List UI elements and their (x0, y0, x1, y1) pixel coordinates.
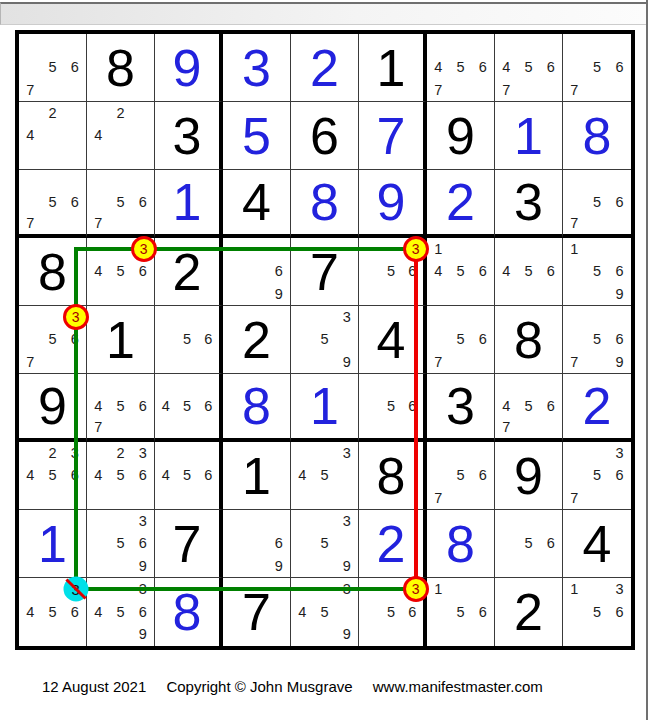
candidate-8 (41, 79, 63, 101)
candidate-5: 5 (109, 601, 131, 624)
candidate-6: 6 (132, 260, 154, 282)
candidate-1 (19, 442, 41, 464)
candidate-4 (563, 601, 586, 624)
candidate-5: 5 (176, 328, 197, 350)
cell-r7c9[interactable]: 3567 (563, 442, 631, 510)
cell-value: 9 (19, 374, 86, 438)
candidate-4: 4 (19, 464, 41, 486)
candidate-3 (540, 374, 562, 395)
cell-r5c1[interactable]: 3567 (19, 306, 87, 374)
candidate-2 (586, 170, 609, 191)
candidate-2 (586, 578, 609, 601)
candidate-7 (495, 555, 517, 577)
candidate-5: 5 (586, 601, 609, 624)
cell-r9c5[interactable]: 3459 (291, 578, 359, 646)
candidate-7: 7 (87, 213, 109, 234)
candidate-2 (313, 578, 335, 601)
candidate-7: 7 (495, 417, 517, 438)
cell-value: 1 (359, 34, 423, 101)
candidate-3: 3 (336, 578, 358, 601)
cell-r4c5[interactable]: 7 (291, 238, 359, 306)
candidate-4: 4 (155, 395, 176, 416)
cell-r5c9[interactable]: 5679 (563, 306, 631, 374)
candidate-7: 7 (427, 487, 449, 509)
candidate-7 (87, 487, 109, 509)
candidate-8 (313, 623, 335, 646)
candidate-7: 7 (427, 79, 449, 101)
cell-r6c1[interactable]: 9 (19, 374, 87, 442)
candidate-7: 7 (427, 351, 449, 373)
candidate-8 (586, 283, 609, 305)
candidate-1 (495, 238, 517, 260)
cell-r6c8[interactable]: 4567 (495, 374, 563, 442)
cell-r7c2[interactable]: 23456 (87, 442, 155, 510)
candidate-8 (586, 487, 609, 509)
candidate-3 (540, 238, 562, 260)
candidate-2 (449, 442, 471, 464)
cell-r7c1[interactable]: 23456 (19, 442, 87, 510)
cell-r5c7[interactable]: 567 (427, 306, 495, 374)
cell-r8c4[interactable]: 69 (223, 510, 291, 578)
candidate-8 (176, 417, 197, 438)
candidate-9 (402, 283, 423, 305)
candidate-2 (109, 170, 131, 191)
candidate-4: 4 (87, 124, 109, 146)
cell-value: 1 (155, 170, 219, 234)
candidate-6: 6 (132, 191, 154, 212)
candidate-3: 3 (132, 238, 154, 260)
candidate-7 (155, 351, 176, 373)
cell-r4c7[interactable]: 1456 (427, 238, 495, 306)
candidate-4: 4 (427, 56, 449, 78)
cell-r8c1[interactable]: 1 (19, 510, 87, 578)
cell-r2c4[interactable]: 5 (223, 102, 291, 170)
candidate-9 (540, 555, 562, 577)
candidate-7: 7 (19, 351, 41, 373)
cell-r9c9[interactable]: 1356 (563, 578, 631, 646)
candidate-7 (19, 623, 41, 646)
cell-r3c4[interactable]: 4 (223, 170, 291, 238)
candidate-9 (472, 623, 494, 646)
candidate-6: 6 (472, 328, 494, 350)
cell-r7c3[interactable]: 456 (155, 442, 223, 510)
candidate-7 (87, 555, 109, 577)
cell-r8c3[interactable]: 7 (155, 510, 223, 578)
cell-value: 8 (359, 442, 423, 509)
candidate-9 (472, 79, 494, 101)
cell-r2c7[interactable]: 9 (427, 102, 495, 170)
candidate-9: 9 (268, 283, 290, 305)
cell-r9c4[interactable]: 7 (223, 578, 291, 646)
candidate-4: 4 (19, 124, 41, 146)
candidate-4 (427, 328, 449, 350)
candidate-5: 5 (109, 532, 131, 554)
candidate-7: 7 (19, 213, 41, 234)
candidate-4 (19, 328, 41, 350)
candidate-9: 9 (608, 351, 631, 373)
cell-r8c7[interactable]: 8 (427, 510, 495, 578)
cell-value: 4 (563, 510, 631, 577)
candidate-8 (449, 283, 471, 305)
cell-r7c8[interactable]: 9 (495, 442, 563, 510)
candidate-2 (176, 442, 197, 464)
candidate-9: 9 (336, 351, 358, 373)
candidate-3 (472, 306, 494, 328)
cell-r5c4[interactable]: 2 (223, 306, 291, 374)
cell-value: 9 (427, 102, 494, 169)
cell-value: 1 (87, 306, 154, 373)
cell-r5c3[interactable]: 56 (155, 306, 223, 374)
cell-r7c7[interactable]: 567 (427, 442, 495, 510)
candidate-5: 5 (449, 464, 471, 486)
candidate-2 (245, 238, 267, 260)
cell-r3c6[interactable]: 9 (359, 170, 427, 238)
candidate-4: 4 (291, 464, 313, 486)
cell-r9c1[interactable]: 3456 (19, 578, 87, 646)
cell-r4c9[interactable]: 1569 (563, 238, 631, 306)
candidate-7 (19, 147, 41, 169)
candidate-3 (198, 306, 219, 328)
cell-r9c7[interactable]: 156 (427, 578, 495, 646)
cell-r4c8[interactable]: 456 (495, 238, 563, 306)
candidate-1 (155, 442, 176, 464)
cell-r8c9[interactable]: 4 (563, 510, 631, 578)
candidate-1 (563, 306, 586, 328)
cell-r1c1[interactable]: 567 (19, 34, 87, 102)
candidate-1: 1 (427, 238, 449, 260)
candidate-2 (449, 238, 471, 260)
candidate-6 (132, 124, 154, 146)
candidate-9 (608, 487, 631, 509)
candidate-8 (449, 79, 471, 101)
candidate-1 (19, 578, 41, 601)
cell-r7c4[interactable]: 1 (223, 442, 291, 510)
cell-value: 8 (155, 578, 219, 646)
candidate-8 (109, 213, 131, 234)
candidate-5: 5 (109, 191, 131, 212)
cell-r3c8[interactable]: 3 (495, 170, 563, 238)
cell-value: 4 (223, 170, 290, 234)
cell-r6c4[interactable]: 8 (223, 374, 291, 442)
candidate-4 (495, 532, 517, 554)
candidate-4: 4 (495, 395, 517, 416)
candidate-6: 6 (540, 56, 562, 78)
candidate-9: 9 (336, 623, 358, 646)
candidate-7 (223, 555, 245, 577)
candidate-8 (517, 79, 539, 101)
candidate-3: 3 (608, 442, 631, 464)
cell-r8c6[interactable]: 2 (359, 510, 427, 578)
candidate-1 (359, 578, 380, 601)
candidate-7: 7 (563, 213, 586, 234)
candidate-7: 7 (563, 351, 586, 373)
candidate-2 (313, 306, 335, 328)
candidate-1 (563, 34, 586, 56)
candidate-4 (563, 328, 586, 350)
candidate-6: 6 (132, 532, 154, 554)
cell-r3c7[interactable]: 2 (427, 170, 495, 238)
candidate-2 (517, 374, 539, 395)
cell-r2c9[interactable]: 8 (563, 102, 631, 170)
cell-r6c6[interactable]: 56 (359, 374, 427, 442)
candidate-9 (64, 623, 86, 646)
candidate-1 (291, 578, 313, 601)
cell-r5c8[interactable]: 8 (495, 306, 563, 374)
candidate-2 (313, 510, 335, 532)
cell-value: 3 (427, 374, 494, 438)
candidate-5: 5 (586, 191, 609, 212)
candidate-6: 6 (198, 464, 219, 486)
cell-r6c2[interactable]: 4567 (87, 374, 155, 442)
candidate-3 (64, 102, 86, 124)
candidate-5: 5 (449, 328, 471, 350)
candidate-9 (64, 487, 86, 509)
candidate-3 (472, 238, 494, 260)
candidate-9 (472, 283, 494, 305)
candidate-8 (586, 79, 609, 101)
candidate-5: 5 (41, 56, 63, 78)
candidate-6: 6 (540, 260, 562, 282)
candidate-7 (87, 623, 109, 646)
cell-r5c2[interactable]: 1 (87, 306, 155, 374)
candidate-8 (449, 623, 471, 646)
candidate-5: 5 (176, 464, 197, 486)
cell-r2c5[interactable]: 6 (291, 102, 359, 170)
cell-r3c1[interactable]: 567 (19, 170, 87, 238)
candidate-1 (291, 510, 313, 532)
cell-r9c3[interactable]: 8 (155, 578, 223, 646)
candidate-7 (359, 623, 380, 646)
candidate-9 (472, 487, 494, 509)
candidate-8 (41, 351, 63, 373)
cell-r7c6[interactable]: 8 (359, 442, 427, 510)
cell-value: 2 (427, 170, 494, 234)
cell-r2c8[interactable]: 1 (495, 102, 563, 170)
candidate-8 (517, 555, 539, 577)
candidate-8 (313, 487, 335, 509)
cell-r9c6[interactable]: 356 (359, 578, 427, 646)
cell-r6c3[interactable]: 456 (155, 374, 223, 442)
cell-r1c7[interactable]: 4567 (427, 34, 495, 102)
candidate-3 (132, 102, 154, 124)
cell-r9c8[interactable]: 2 (495, 578, 563, 646)
candidate-4: 4 (87, 601, 109, 624)
candidate-6: 6 (132, 601, 154, 624)
candidate-8 (176, 351, 197, 373)
candidate-5: 5 (449, 601, 471, 624)
candidate-8 (109, 283, 131, 305)
candidate-8 (245, 283, 267, 305)
candidate-5: 5 (109, 464, 131, 486)
cell-value: 1 (495, 102, 562, 169)
cell-r8c2[interactable]: 3569 (87, 510, 155, 578)
cell-r4c3[interactable]: 2 (155, 238, 223, 306)
cell-r8c5[interactable]: 359 (291, 510, 359, 578)
candidate-9 (540, 79, 562, 101)
cell-r9c2[interactable]: 34569 (87, 578, 155, 646)
cell-r1c4[interactable]: 3 (223, 34, 291, 102)
cell-r5c5[interactable]: 359 (291, 306, 359, 374)
cell-r4c4[interactable]: 69 (223, 238, 291, 306)
candidate-6: 6 (608, 191, 631, 212)
cell-r2c3[interactable]: 3 (155, 102, 223, 170)
candidate-6: 6 (268, 260, 290, 282)
candidate-9 (64, 351, 86, 373)
window-title-bar (0, 2, 646, 25)
candidate-4 (223, 260, 245, 282)
candidate-3 (268, 238, 290, 260)
candidate-5: 5 (586, 260, 609, 282)
cell-value: 2 (223, 306, 290, 373)
cell-r8c8[interactable]: 56 (495, 510, 563, 578)
candidate-6: 6 (608, 56, 631, 78)
cell-value: 8 (87, 34, 154, 101)
candidate-4: 4 (495, 260, 517, 282)
candidate-7 (291, 351, 313, 373)
candidate-8 (109, 487, 131, 509)
candidate-2 (109, 510, 131, 532)
candidate-1 (359, 238, 380, 260)
candidate-2: 2 (109, 442, 131, 464)
candidate-5: 5 (517, 395, 539, 416)
cell-value: 8 (495, 306, 562, 373)
candidate-1 (359, 374, 380, 395)
candidate-4 (87, 191, 109, 212)
candidate-5: 5 (176, 395, 197, 416)
candidate-1 (495, 34, 517, 56)
cell-r1c2[interactable]: 8 (87, 34, 155, 102)
candidate-1 (19, 102, 41, 124)
candidate-8 (109, 147, 131, 169)
candidate-9: 9 (608, 283, 631, 305)
candidate-1: 1 (427, 578, 449, 601)
cell-r1c6[interactable]: 1 (359, 34, 427, 102)
cell-r4c6[interactable]: 356 (359, 238, 427, 306)
candidate-4: 4 (495, 56, 517, 78)
cell-r6c7[interactable]: 3 (427, 374, 495, 442)
cell-r6c9[interactable]: 2 (563, 374, 631, 442)
cell-r7c5[interactable]: 345 (291, 442, 359, 510)
candidate-6: 6 (540, 532, 562, 554)
cell-r4c2[interactable]: 3456 (87, 238, 155, 306)
candidate-6: 6 (402, 395, 423, 416)
candidate-6: 6 (268, 532, 290, 554)
candidate-5: 5 (380, 601, 401, 624)
candidate-9 (198, 487, 219, 509)
candidate-7: 7 (495, 79, 517, 101)
cell-r1c3[interactable]: 9 (155, 34, 223, 102)
candidate-2 (449, 34, 471, 56)
candidate-3 (402, 374, 423, 395)
candidate-7 (427, 623, 449, 646)
candidate-1 (155, 306, 176, 328)
candidate-3 (540, 510, 562, 532)
cell-r1c9[interactable]: 567 (563, 34, 631, 102)
candidate-1 (563, 442, 586, 464)
candidate-9 (402, 417, 423, 438)
candidate-8 (517, 283, 539, 305)
candidate-2 (517, 34, 539, 56)
cell-r2c2[interactable]: 24 (87, 102, 155, 170)
cell-r6c5[interactable]: 1 (291, 374, 359, 442)
candidate-5: 5 (109, 260, 131, 282)
candidate-2 (586, 442, 609, 464)
cell-r3c3[interactable]: 1 (155, 170, 223, 238)
cell-r4c1[interactable]: 8 (19, 238, 87, 306)
candidate-9 (132, 487, 154, 509)
cell-r3c2[interactable]: 567 (87, 170, 155, 238)
candidate-3: 3 (402, 238, 423, 260)
cell-value: 3 (495, 170, 562, 234)
candidate-6: 6 (472, 464, 494, 486)
candidate-5: 5 (109, 395, 131, 416)
candidate-9 (540, 283, 562, 305)
candidate-3 (472, 442, 494, 464)
cell-value: 5 (223, 102, 290, 169)
candidate-4 (427, 601, 449, 624)
candidate-2 (245, 510, 267, 532)
candidate-3 (132, 374, 154, 395)
candidate-7 (563, 623, 586, 646)
candidate-8 (245, 555, 267, 577)
candidate-6: 6 (608, 260, 631, 282)
cell-r1c5[interactable]: 2 (291, 34, 359, 102)
cell-value: 8 (19, 238, 86, 305)
candidate-5: 5 (41, 464, 63, 486)
candidate-5 (41, 124, 63, 146)
candidate-9 (132, 417, 154, 438)
candidate-3: 3 (336, 306, 358, 328)
candidate-9 (608, 79, 631, 101)
candidate-5: 5 (380, 395, 401, 416)
candidate-3 (540, 34, 562, 56)
candidate-7 (427, 283, 449, 305)
candidate-3 (608, 34, 631, 56)
candidate-1 (19, 34, 41, 56)
cell-r1c8[interactable]: 4567 (495, 34, 563, 102)
candidate-1 (495, 510, 517, 532)
candidate-1 (223, 510, 245, 532)
cell-r2c6[interactable]: 7 (359, 102, 427, 170)
candidate-7 (87, 283, 109, 305)
cell-value: 8 (291, 170, 358, 234)
candidate-2 (41, 578, 63, 601)
candidate-4 (87, 532, 109, 554)
candidate-2: 2 (41, 442, 63, 464)
candidate-6: 6 (64, 328, 86, 350)
candidate-3: 3 (64, 442, 86, 464)
cell-r2c1[interactable]: 24 (19, 102, 87, 170)
candidate-9 (402, 623, 423, 646)
cell-r3c5[interactable]: 8 (291, 170, 359, 238)
candidate-5: 5 (313, 328, 335, 350)
candidate-6: 6 (402, 601, 423, 624)
candidate-2 (109, 374, 131, 395)
candidate-8 (586, 213, 609, 234)
cell-r3c9[interactable]: 567 (563, 170, 631, 238)
candidate-3: 3 (64, 306, 86, 328)
cell-value: 9 (359, 170, 423, 234)
candidate-7: 7 (563, 79, 586, 101)
candidate-3 (608, 170, 631, 191)
cell-value: 1 (223, 442, 290, 509)
candidate-9 (198, 417, 219, 438)
cell-r5c6[interactable]: 4 (359, 306, 427, 374)
candidate-6: 6 (198, 395, 219, 416)
candidate-6: 6 (64, 464, 86, 486)
candidate-7 (359, 283, 380, 305)
candidate-7 (155, 487, 176, 509)
